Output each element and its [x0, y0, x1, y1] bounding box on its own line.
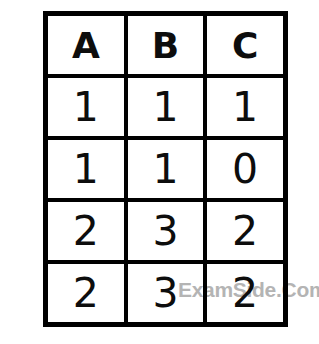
- table-cell-r2-b: 1: [126, 138, 206, 200]
- data-table: A B C 1 1 1 1 1 0 2 3 2 2 3 2: [43, 11, 288, 327]
- table-cell-r2-c: 0: [205, 138, 285, 200]
- table-cell-r3-c: 2: [205, 200, 285, 262]
- column-header-c: C: [205, 14, 285, 76]
- table-cell-r1-b: 1: [126, 76, 206, 138]
- column-header-b: B: [126, 14, 206, 76]
- table-cell-r4-b: 3: [126, 262, 206, 324]
- table-cell-r4-c: 2: [205, 262, 285, 324]
- table-cell-r3-a: 2: [46, 200, 126, 262]
- table-cell-r1-c: 1: [205, 76, 285, 138]
- table-cell-r1-a: 1: [46, 76, 126, 138]
- exam-table-figure: { "game": "number-table", "position": "A…: [0, 0, 319, 344]
- column-header-a: A: [46, 14, 126, 76]
- table-cell-r3-b: 3: [126, 200, 206, 262]
- table-cell-r4-a: 2: [46, 262, 126, 324]
- table-cell-r2-a: 1: [46, 138, 126, 200]
